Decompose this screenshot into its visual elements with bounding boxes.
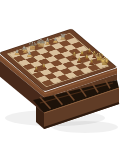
gold-pawn-f3: ♟: [74, 57, 83, 64]
gold-king-h1: ♚: [99, 56, 108, 68]
chess-set-photo: ♞ ♟♞♛♚♝♟♜♟♟♟♝♟♟♟♟♝♟♛♚: [0, 0, 120, 144]
square-e1: [72, 70, 84, 77]
gold-pawn-g2: ♟: [87, 58, 96, 65]
silver-pawn-a8: ♟: [12, 49, 21, 57]
gold-pawn-a4: ♟: [32, 65, 41, 73]
silver-pawn-b7: ♟: [25, 51, 34, 59]
square-h7: [67, 38, 79, 45]
